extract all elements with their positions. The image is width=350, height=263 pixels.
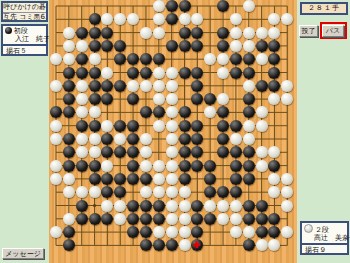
white-stone — [256, 53, 268, 65]
white-stone — [76, 80, 88, 92]
black-stone — [89, 40, 101, 52]
black-stone — [89, 160, 101, 172]
black-stone — [217, 120, 229, 132]
black-stone — [89, 173, 101, 185]
white-stone — [166, 67, 178, 79]
black-stone — [256, 80, 268, 92]
white-stone — [63, 173, 75, 185]
white-stone — [217, 67, 229, 79]
black-stone — [191, 27, 203, 39]
black-stone — [153, 53, 165, 65]
black-stone — [230, 67, 242, 79]
white-stone — [217, 200, 229, 212]
black-stone — [76, 120, 88, 132]
white-stone — [140, 27, 152, 39]
black-stone — [63, 160, 75, 172]
white-stone — [166, 200, 178, 212]
black-stone — [140, 226, 152, 238]
black-stone — [63, 93, 75, 105]
white-captures: 揚石９ — [302, 243, 347, 256]
black-stone — [89, 213, 101, 225]
white-stone — [179, 226, 191, 238]
white-stone — [243, 226, 255, 238]
black-stone — [76, 27, 88, 39]
black-stone — [243, 173, 255, 185]
white-stone — [166, 133, 178, 145]
white-stone — [281, 80, 293, 92]
black-stone — [89, 93, 101, 105]
white-stone-icon — [304, 224, 313, 233]
black-stone — [63, 67, 75, 79]
black-stone — [179, 40, 191, 52]
black-stone — [243, 200, 255, 212]
black-stone — [63, 80, 75, 92]
black-stone — [76, 53, 88, 65]
black-stone — [166, 13, 178, 25]
white-stone — [179, 239, 191, 251]
black-stone — [230, 160, 242, 172]
white-stone — [76, 106, 88, 118]
black-stone — [101, 27, 113, 39]
white-stone — [153, 80, 165, 92]
white-stone — [166, 173, 178, 185]
black-stone — [63, 226, 75, 238]
white-stone — [179, 13, 191, 25]
white-stone — [268, 27, 280, 39]
black-stone — [179, 106, 191, 118]
black-stone — [191, 200, 203, 212]
white-stone — [76, 146, 88, 158]
white-stone — [153, 160, 165, 172]
black-player-box: 初段 入江 純子 揚石５ — [1, 24, 48, 56]
white-stone — [243, 120, 255, 132]
black-stone — [114, 120, 126, 132]
white-stone — [50, 173, 62, 185]
black-stone — [256, 200, 268, 212]
black-stone — [230, 120, 242, 132]
black-stone — [89, 120, 101, 132]
game-rules-line: 互先 コミ黒6.5 — [3, 12, 46, 22]
black-captures: 揚石５ — [3, 44, 46, 57]
black-stone — [217, 0, 229, 12]
white-stone — [63, 27, 75, 39]
white-stone — [76, 133, 88, 145]
black-stone — [153, 200, 165, 212]
black-stone — [166, 0, 178, 12]
black-stone — [243, 213, 255, 225]
white-stone — [63, 186, 75, 198]
message-button[interactable]: メッセージ — [2, 248, 44, 259]
black-stone — [179, 146, 191, 158]
white-stone — [153, 0, 165, 12]
black-stone — [63, 133, 75, 145]
black-stone — [179, 160, 191, 172]
black-player-rank: 初段 — [14, 27, 28, 35]
white-stone — [63, 40, 75, 52]
white-stone — [166, 93, 178, 105]
white-player-name: 高辻 美奈子 — [304, 234, 345, 242]
white-stone — [166, 160, 178, 172]
white-stone — [89, 133, 101, 145]
black-stone — [179, 133, 191, 145]
white-stone — [89, 186, 101, 198]
black-stone — [127, 160, 139, 172]
white-stone — [101, 200, 113, 212]
black-stone — [179, 120, 191, 132]
white-stone — [256, 239, 268, 251]
white-stone — [179, 200, 191, 212]
black-stone — [140, 173, 152, 185]
black-stone — [268, 160, 280, 172]
black-stone — [243, 146, 255, 158]
black-stone — [140, 213, 152, 225]
white-stone — [140, 133, 152, 145]
white-stone — [230, 213, 242, 225]
white-stone — [89, 53, 101, 65]
white-stone — [153, 27, 165, 39]
white-stone — [153, 173, 165, 185]
black-stone — [243, 67, 255, 79]
white-stone — [76, 93, 88, 105]
white-stone — [166, 146, 178, 158]
black-stone — [179, 173, 191, 185]
white-stone — [101, 67, 113, 79]
black-stone — [127, 200, 139, 212]
white-stone — [230, 226, 242, 238]
white-stone — [153, 226, 165, 238]
white-stone — [63, 213, 75, 225]
black-stone — [179, 0, 191, 12]
black-stone — [243, 160, 255, 172]
black-stone — [243, 93, 255, 105]
black-stone — [230, 53, 242, 65]
game-title: 呼びかけの碁 — [3, 3, 46, 12]
white-stone — [230, 133, 242, 145]
black-stone — [191, 160, 203, 172]
black-stone — [230, 173, 242, 185]
white-stone — [256, 27, 268, 39]
white-stone — [153, 120, 165, 132]
pass-button[interactable]: パス — [322, 25, 344, 37]
white-stone — [179, 186, 191, 198]
black-stone — [127, 120, 139, 132]
white-stone — [153, 186, 165, 198]
white-stone — [256, 146, 268, 158]
white-stone — [140, 160, 152, 172]
last-move-marker: ✚ — [193, 241, 201, 250]
move-counter: ２８１手 — [300, 2, 348, 15]
black-stone — [204, 213, 216, 225]
black-stone — [191, 120, 203, 132]
white-stone — [153, 93, 165, 105]
black-stone — [89, 13, 101, 25]
white-stone — [243, 133, 255, 145]
white-stone — [50, 120, 62, 132]
white-stone — [89, 146, 101, 158]
white-stone — [101, 120, 113, 132]
white-player-rank-line: ２段 — [304, 224, 345, 234]
white-stone — [50, 80, 62, 92]
black-stone — [140, 67, 152, 79]
black-stone — [204, 160, 216, 172]
black-stone — [140, 200, 152, 212]
black-stone — [256, 213, 268, 225]
black-stone — [127, 67, 139, 79]
black-stone — [268, 67, 280, 79]
white-stone — [217, 213, 229, 225]
white-stone — [114, 213, 126, 225]
black-stone — [191, 67, 203, 79]
go-board[interactable]: ✚ — [49, 0, 297, 263]
white-stone — [243, 40, 255, 52]
black-stone — [127, 133, 139, 145]
white-stone — [166, 106, 178, 118]
black-stone — [76, 160, 88, 172]
white-stone — [256, 160, 268, 172]
white-stone — [166, 226, 178, 238]
black-stone — [179, 27, 191, 39]
white-stone — [63, 53, 75, 65]
white-stone — [114, 200, 126, 212]
white-stone — [179, 213, 191, 225]
black-stone — [89, 67, 101, 79]
black-stone — [166, 40, 178, 52]
white-stone — [243, 0, 255, 12]
black-stone — [243, 53, 255, 65]
white-stone — [50, 226, 62, 238]
black-stone — [76, 67, 88, 79]
black-stone — [114, 80, 126, 92]
black-stone-icon — [5, 27, 12, 34]
white-stone — [50, 160, 62, 172]
white-stone — [166, 186, 178, 198]
white-player-rank: ２段 — [315, 226, 329, 234]
black-stone — [256, 226, 268, 238]
black-stone — [204, 173, 216, 185]
black-stone — [230, 186, 242, 198]
black-stone — [217, 27, 229, 39]
white-stone — [281, 200, 293, 212]
black-stone — [217, 133, 229, 145]
white-stone — [166, 80, 178, 92]
white-stone — [140, 80, 152, 92]
white-stone — [127, 80, 139, 92]
black-stone — [166, 239, 178, 251]
white-stone — [204, 200, 216, 212]
white-stone — [256, 106, 268, 118]
black-stone — [89, 27, 101, 39]
white-stone — [256, 120, 268, 132]
black-player-rank-line: 初段 — [5, 27, 44, 35]
white-stone — [76, 186, 88, 198]
black-stone — [179, 67, 191, 79]
black-player-name: 入江 純子 — [5, 35, 44, 43]
resign-button[interactable]: 投了 — [299, 25, 318, 37]
black-stone — [153, 213, 165, 225]
white-stone — [230, 27, 242, 39]
white-stone — [50, 133, 62, 145]
white-stone — [243, 80, 255, 92]
go-app-window: 呼びかけの碁 互先 コミ黒6.5 初段 入江 純子 揚石５ メッセージ ✚ ２８… — [0, 0, 350, 263]
white-stone — [166, 213, 178, 225]
black-stone — [89, 80, 101, 92]
white-player-box: ２段 高辻 美奈子 揚石９ — [300, 221, 349, 255]
black-stone — [76, 200, 88, 212]
black-stone — [76, 213, 88, 225]
black-stone — [256, 40, 268, 52]
black-stone — [217, 40, 229, 52]
white-stone — [166, 120, 178, 132]
white-stone — [101, 160, 113, 172]
black-stone — [127, 213, 139, 225]
black-stone — [127, 173, 139, 185]
white-stone — [243, 27, 255, 39]
white-stone — [230, 200, 242, 212]
white-stone — [76, 40, 88, 52]
white-stone — [89, 106, 101, 118]
white-stone — [153, 67, 165, 79]
white-stone — [230, 40, 242, 52]
white-stone — [153, 13, 165, 25]
game-title-box: 呼びかけの碁 互先 コミ黒6.5 — [1, 1, 48, 22]
